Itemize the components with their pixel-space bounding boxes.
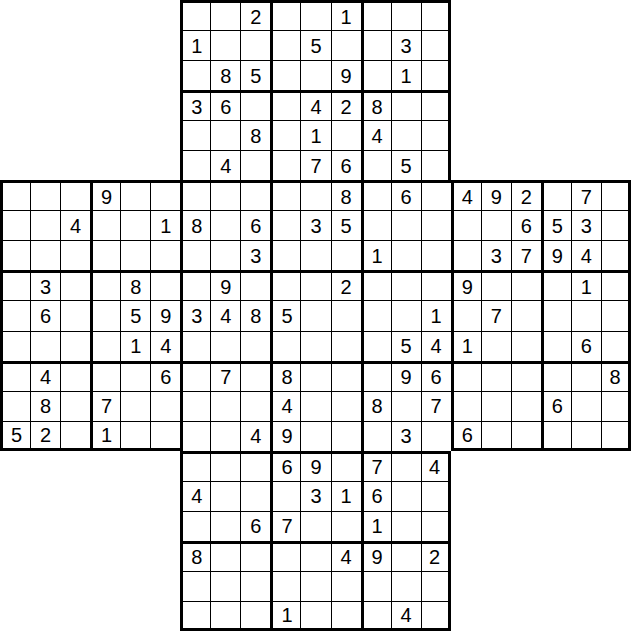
empty-cell-r10-c10[interactable] (300, 300, 330, 330)
given-cell-r18-c14: 2 (421, 541, 451, 571)
empty-cell-r18-c8[interactable] (240, 541, 270, 571)
empty-cell-r13-c6[interactable] (180, 391, 210, 421)
outside-region (481, 511, 511, 541)
outside-region (60, 511, 90, 541)
empty-cell-r15-c6[interactable] (180, 451, 210, 481)
empty-cell-r14-c5[interactable] (150, 421, 180, 451)
given-cell-r14-c3: 1 (90, 421, 120, 451)
given-cell-r7-c18: 5 (541, 210, 571, 240)
empty-cell-r19-c8[interactable] (240, 571, 270, 601)
outside-region (601, 90, 631, 120)
empty-cell-r9-c16[interactable] (481, 270, 511, 300)
empty-cell-r7-c13[interactable] (391, 210, 421, 240)
outside-region (481, 150, 511, 180)
empty-cell-r4-c9[interactable] (270, 120, 300, 150)
outside-region (0, 0, 30, 30)
empty-cell-r13-c16[interactable] (481, 391, 511, 421)
empty-cell-r8-c7[interactable] (210, 240, 240, 270)
empty-cell-r1-c7[interactable] (210, 30, 240, 60)
empty-cell-r6-c12[interactable] (361, 180, 391, 210)
empty-cell-r0-c14[interactable] (421, 0, 451, 30)
outside-region (481, 0, 511, 30)
empty-cell-r2-c12[interactable] (361, 60, 391, 90)
outside-region (511, 150, 541, 180)
given-cell-r11-c13: 5 (391, 331, 421, 361)
empty-cell-r16-c8[interactable] (240, 481, 270, 511)
given-cell-r15-c10: 9 (300, 451, 330, 481)
empty-cell-r9-c13[interactable] (391, 270, 421, 300)
empty-cell-r8-c2[interactable] (60, 240, 90, 270)
empty-cell-r8-c10[interactable] (300, 240, 330, 270)
empty-cell-r6-c0[interactable] (0, 180, 30, 210)
empty-cell-r7-c3[interactable] (90, 210, 120, 240)
empty-cell-r14-c4[interactable] (120, 421, 150, 451)
empty-cell-r4-c11[interactable] (331, 120, 361, 150)
empty-cell-r0-c7[interactable] (210, 0, 240, 30)
outside-region (571, 0, 601, 30)
empty-cell-r0-c12[interactable] (361, 0, 391, 30)
empty-cell-r7-c12[interactable] (361, 210, 391, 240)
empty-cell-r20-c7[interactable] (210, 601, 240, 631)
empty-cell-r19-c7[interactable] (210, 571, 240, 601)
outside-region (60, 120, 90, 150)
empty-cell-r15-c8[interactable] (240, 451, 270, 481)
given-cell-r12-c20: 8 (601, 361, 631, 391)
empty-cell-r13-c13[interactable] (391, 391, 421, 421)
empty-cell-r9-c10[interactable] (300, 270, 330, 300)
given-cell-r3-c11: 2 (331, 90, 361, 120)
empty-cell-r9-c6[interactable] (180, 270, 210, 300)
outside-region (30, 541, 60, 571)
empty-cell-r11-c2[interactable] (60, 331, 90, 361)
empty-cell-r3-c8[interactable] (240, 90, 270, 120)
empty-cell-r18-c7[interactable] (210, 541, 240, 571)
empty-cell-r1-c8[interactable] (240, 30, 270, 60)
empty-cell-r5-c12[interactable] (361, 150, 391, 180)
outside-region (120, 601, 150, 631)
empty-cell-r8-c9[interactable] (270, 240, 300, 270)
empty-cell-r3-c9[interactable] (270, 90, 300, 120)
outside-region (90, 120, 120, 150)
empty-cell-r14-c19[interactable] (571, 421, 601, 451)
empty-cell-r5-c8[interactable] (240, 150, 270, 180)
empty-cell-r10-c19[interactable] (571, 300, 601, 330)
empty-cell-r17-c6[interactable] (180, 511, 210, 541)
empty-cell-r17-c7[interactable] (210, 511, 240, 541)
empty-cell-r8-c15[interactable] (451, 240, 481, 270)
empty-cell-r5-c14[interactable] (421, 150, 451, 180)
empty-cell-r13-c4[interactable] (120, 391, 150, 421)
empty-cell-r17-c13[interactable] (391, 511, 421, 541)
empty-cell-r7-c4[interactable] (120, 210, 150, 240)
outside-region (481, 571, 511, 601)
empty-cell-r2-c9[interactable] (270, 60, 300, 90)
empty-cell-r12-c19[interactable] (571, 361, 601, 391)
empty-cell-r15-c13[interactable] (391, 451, 421, 481)
empty-cell-r1-c9[interactable] (270, 30, 300, 60)
empty-cell-r11-c10[interactable] (300, 331, 330, 361)
outside-region (30, 90, 60, 120)
empty-cell-r5-c9[interactable] (270, 150, 300, 180)
outside-region (120, 120, 150, 150)
empty-cell-r17-c10[interactable] (300, 511, 330, 541)
outside-region (30, 511, 60, 541)
empty-cell-r8-c3[interactable] (90, 240, 120, 270)
empty-cell-r6-c5[interactable] (150, 180, 180, 210)
given-cell-r11-c14: 4 (421, 331, 451, 361)
empty-cell-r10-c11[interactable] (331, 300, 361, 330)
empty-cell-r14-c2[interactable] (60, 421, 90, 451)
outside-region (90, 90, 120, 120)
empty-cell-r14-c20[interactable] (601, 421, 631, 451)
outside-region (571, 451, 601, 481)
empty-cell-r7-c7[interactable] (210, 210, 240, 240)
empty-cell-r9-c3[interactable] (90, 270, 120, 300)
empty-cell-r4-c14[interactable] (421, 120, 451, 150)
empty-cell-r14-c10[interactable] (300, 421, 330, 451)
outside-region (481, 451, 511, 481)
empty-cell-r12-c0[interactable] (0, 361, 30, 391)
outside-region (601, 451, 631, 481)
empty-cell-r12-c11[interactable] (331, 361, 361, 391)
empty-cell-r11-c9[interactable] (270, 331, 300, 361)
outside-region (90, 511, 120, 541)
given-cell-r12-c13: 9 (391, 361, 421, 391)
empty-cell-r7-c15[interactable] (451, 210, 481, 240)
outside-region (60, 571, 90, 601)
empty-cell-r9-c12[interactable] (361, 270, 391, 300)
empty-cell-r3-c13[interactable] (391, 90, 421, 120)
empty-cell-r9-c9[interactable] (270, 270, 300, 300)
outside-region (30, 601, 60, 631)
empty-cell-r18-c9[interactable] (270, 541, 300, 571)
empty-cell-r10-c17[interactable] (511, 300, 541, 330)
given-cell-r14-c8: 4 (240, 421, 270, 451)
outside-region (120, 451, 150, 481)
given-cell-r20-c13: 4 (391, 601, 421, 631)
outside-region (120, 150, 150, 180)
empty-cell-r2-c10[interactable] (300, 60, 330, 90)
empty-cell-r8-c5[interactable] (150, 240, 180, 270)
empty-cell-r8-c1[interactable] (30, 240, 60, 270)
given-cell-r18-c11: 4 (331, 541, 361, 571)
empty-cell-r6-c4[interactable] (120, 180, 150, 210)
empty-cell-r13-c2[interactable] (60, 391, 90, 421)
empty-cell-r11-c11[interactable] (331, 331, 361, 361)
empty-cell-r20-c14[interactable] (421, 601, 451, 631)
empty-cell-r11-c6[interactable] (180, 331, 210, 361)
empty-cell-r9-c20[interactable] (601, 270, 631, 300)
empty-cell-r16-c14[interactable] (421, 481, 451, 511)
empty-cell-r20-c6[interactable] (180, 601, 210, 631)
empty-cell-r16-c13[interactable] (391, 481, 421, 511)
outside-region (150, 120, 180, 150)
outside-region (120, 60, 150, 90)
empty-cell-r20-c12[interactable] (361, 601, 391, 631)
empty-cell-r19-c13[interactable] (391, 571, 421, 601)
given-cell-r8-c8: 3 (240, 240, 270, 270)
outside-region (150, 90, 180, 120)
given-cell-r4-c8: 8 (240, 120, 270, 150)
outside-region (571, 541, 601, 571)
empty-cell-r9-c0[interactable] (0, 270, 30, 300)
empty-cell-r14-c14[interactable] (421, 421, 451, 451)
outside-region (541, 120, 571, 150)
empty-cell-r12-c4[interactable] (120, 361, 150, 391)
given-cell-r8-c18: 9 (541, 240, 571, 270)
empty-cell-r11-c17[interactable] (511, 331, 541, 361)
empty-cell-r7-c9[interactable] (270, 210, 300, 240)
empty-cell-r6-c18[interactable] (541, 180, 571, 210)
outside-region (60, 0, 90, 30)
given-cell-r8-c19: 4 (571, 240, 601, 270)
outside-region (601, 120, 631, 150)
empty-cell-r7-c16[interactable] (481, 210, 511, 240)
empty-cell-r12-c6[interactable] (180, 361, 210, 391)
given-cell-r17-c8: 6 (240, 511, 270, 541)
outside-region (571, 120, 601, 150)
empty-cell-r6-c1[interactable] (30, 180, 60, 210)
empty-cell-r6-c2[interactable] (60, 180, 90, 210)
given-cell-r2-c13: 1 (391, 60, 421, 90)
empty-cell-r1-c12[interactable] (361, 30, 391, 60)
empty-cell-r14-c18[interactable] (541, 421, 571, 451)
empty-cell-r12-c12[interactable] (361, 361, 391, 391)
empty-cell-r13-c11[interactable] (331, 391, 361, 421)
outside-region (541, 481, 571, 511)
empty-cell-r8-c0[interactable] (0, 240, 30, 270)
outside-region (511, 571, 541, 601)
outside-region (541, 30, 571, 60)
empty-cell-r10-c0[interactable] (0, 300, 30, 330)
empty-cell-r8-c13[interactable] (391, 240, 421, 270)
empty-cell-r9-c14[interactable] (421, 270, 451, 300)
given-cell-r5-c10: 7 (300, 150, 330, 180)
empty-cell-r13-c17[interactable] (511, 391, 541, 421)
outside-region (571, 150, 601, 180)
empty-cell-r12-c18[interactable] (541, 361, 571, 391)
empty-cell-r10-c12[interactable] (361, 300, 391, 330)
outside-region (451, 451, 481, 481)
empty-cell-r14-c17[interactable] (511, 421, 541, 451)
empty-cell-r10-c18[interactable] (541, 300, 571, 330)
outside-region (150, 0, 180, 30)
given-cell-r2-c7: 8 (210, 60, 240, 90)
empty-cell-r16-c7[interactable] (210, 481, 240, 511)
outside-region (481, 481, 511, 511)
empty-cell-r17-c14[interactable] (421, 511, 451, 541)
outside-region (0, 541, 30, 571)
given-cell-r6-c3: 9 (90, 180, 120, 210)
empty-cell-r14-c11[interactable] (331, 421, 361, 451)
empty-cell-r7-c1[interactable] (30, 210, 60, 240)
given-cell-r1-c10: 5 (300, 30, 330, 60)
given-cell-r0-c8: 2 (240, 0, 270, 30)
empty-cell-r12-c3[interactable] (90, 361, 120, 391)
empty-cell-r14-c7[interactable] (210, 421, 240, 451)
empty-cell-r11-c20[interactable] (601, 331, 631, 361)
empty-cell-r12-c8[interactable] (240, 361, 270, 391)
empty-cell-r12-c15[interactable] (451, 361, 481, 391)
outside-region (511, 601, 541, 631)
given-cell-r17-c12: 1 (361, 511, 391, 541)
empty-cell-r2-c6[interactable] (180, 60, 210, 90)
empty-cell-r10-c2[interactable] (60, 300, 90, 330)
empty-cell-r6-c6[interactable] (180, 180, 210, 210)
outside-region (90, 571, 120, 601)
empty-cell-r8-c4[interactable] (120, 240, 150, 270)
outside-region (511, 511, 541, 541)
given-cell-r4-c12: 4 (361, 120, 391, 150)
outside-region (541, 601, 571, 631)
empty-cell-r9-c2[interactable] (60, 270, 90, 300)
empty-cell-r11-c0[interactable] (0, 331, 30, 361)
outside-region (90, 30, 120, 60)
empty-cell-r3-c14[interactable] (421, 90, 451, 120)
outside-region (30, 60, 60, 90)
outside-region (30, 571, 60, 601)
given-cell-r8-c17: 7 (511, 240, 541, 270)
outside-region (451, 0, 481, 30)
given-cell-r11-c4: 1 (120, 331, 150, 361)
empty-cell-r6-c8[interactable] (240, 180, 270, 210)
outside-region (90, 481, 120, 511)
empty-cell-r12-c2[interactable] (60, 361, 90, 391)
outside-region (451, 601, 481, 631)
empty-cell-r9-c18[interactable] (541, 270, 571, 300)
outside-region (571, 60, 601, 90)
given-cell-r14-c0: 5 (0, 421, 30, 451)
empty-cell-r1-c11[interactable] (331, 30, 361, 60)
empty-cell-r17-c11[interactable] (331, 511, 361, 541)
empty-cell-r6-c9[interactable] (270, 180, 300, 210)
empty-cell-r12-c17[interactable] (511, 361, 541, 391)
given-cell-r10-c1: 6 (30, 300, 60, 330)
empty-cell-r8-c11[interactable] (331, 240, 361, 270)
empty-cell-r11-c18[interactable] (541, 331, 571, 361)
empty-cell-r13-c19[interactable] (571, 391, 601, 421)
empty-cell-r8-c20[interactable] (601, 240, 631, 270)
outside-region (60, 451, 90, 481)
empty-cell-r20-c10[interactable] (300, 601, 330, 631)
empty-cell-r8-c14[interactable] (421, 240, 451, 270)
empty-cell-r20-c11[interactable] (331, 601, 361, 631)
outside-region (150, 601, 180, 631)
empty-cell-r10-c20[interactable] (601, 300, 631, 330)
given-cell-r12-c1: 4 (30, 361, 60, 391)
empty-cell-r6-c20[interactable] (601, 180, 631, 210)
empty-cell-r9-c5[interactable] (150, 270, 180, 300)
given-cell-r14-c13: 3 (391, 421, 421, 451)
given-cell-r7-c8: 6 (240, 210, 270, 240)
empty-cell-r13-c5[interactable] (150, 391, 180, 421)
empty-cell-r14-c6[interactable] (180, 421, 210, 451)
outside-region (601, 481, 631, 511)
empty-cell-r9-c8[interactable] (240, 270, 270, 300)
given-cell-r1-c6: 1 (180, 30, 210, 60)
empty-cell-r0-c13[interactable] (391, 0, 421, 30)
empty-cell-r19-c11[interactable] (331, 571, 361, 601)
empty-cell-r15-c11[interactable] (331, 451, 361, 481)
empty-cell-r18-c13[interactable] (391, 541, 421, 571)
empty-cell-r14-c16[interactable] (481, 421, 511, 451)
empty-cell-r11-c12[interactable] (361, 331, 391, 361)
empty-cell-r4-c6[interactable] (180, 120, 210, 150)
outside-region (541, 571, 571, 601)
empty-cell-r6-c7[interactable] (210, 180, 240, 210)
empty-cell-r11-c7[interactable] (210, 331, 240, 361)
empty-cell-r6-c14[interactable] (421, 180, 451, 210)
empty-cell-r4-c13[interactable] (391, 120, 421, 150)
empty-cell-r0-c9[interactable] (270, 0, 300, 30)
outside-region (60, 541, 90, 571)
outside-region (150, 571, 180, 601)
empty-cell-r15-c7[interactable] (210, 451, 240, 481)
empty-cell-r10-c3[interactable] (90, 300, 120, 330)
empty-cell-r11-c16[interactable] (481, 331, 511, 361)
empty-cell-r12-c10[interactable] (300, 361, 330, 391)
empty-cell-r7-c20[interactable] (601, 210, 631, 240)
given-cell-r5-c13: 5 (391, 150, 421, 180)
outside-region (601, 30, 631, 60)
empty-cell-r1-c14[interactable] (421, 30, 451, 60)
empty-cell-r12-c16[interactable] (481, 361, 511, 391)
empty-cell-r19-c9[interactable] (270, 571, 300, 601)
outside-region (30, 120, 60, 150)
given-cell-r6-c16: 9 (481, 180, 511, 210)
empty-cell-r10-c15[interactable] (451, 300, 481, 330)
empty-cell-r7-c0[interactable] (0, 210, 30, 240)
empty-cell-r16-c9[interactable] (270, 481, 300, 511)
outside-region (601, 541, 631, 571)
empty-cell-r0-c10[interactable] (300, 0, 330, 30)
empty-cell-r13-c0[interactable] (0, 391, 30, 421)
empty-cell-r6-c10[interactable] (300, 180, 330, 210)
outside-region (0, 451, 30, 481)
empty-cell-r13-c8[interactable] (240, 391, 270, 421)
empty-cell-r5-c6[interactable] (180, 150, 210, 180)
empty-cell-r19-c14[interactable] (421, 571, 451, 601)
outside-region (541, 150, 571, 180)
empty-cell-r11-c1[interactable] (30, 331, 60, 361)
empty-cell-r13-c20[interactable] (601, 391, 631, 421)
empty-cell-r8-c6[interactable] (180, 240, 210, 270)
empty-cell-r14-c12[interactable] (361, 421, 391, 451)
outside-region (481, 90, 511, 120)
outside-region (60, 481, 90, 511)
empty-cell-r4-c7[interactable] (210, 120, 240, 150)
outside-region (481, 601, 511, 631)
empty-cell-r2-c14[interactable] (421, 60, 451, 90)
empty-cell-r13-c10[interactable] (300, 391, 330, 421)
empty-cell-r19-c6[interactable] (180, 571, 210, 601)
empty-cell-r9-c17[interactable] (511, 270, 541, 300)
given-cell-r7-c6: 8 (180, 210, 210, 240)
outside-region (150, 481, 180, 511)
empty-cell-r7-c14[interactable] (421, 210, 451, 240)
empty-cell-r10-c13[interactable] (391, 300, 421, 330)
empty-cell-r20-c8[interactable] (240, 601, 270, 631)
empty-cell-r13-c7[interactable] (210, 391, 240, 421)
empty-cell-r0-c6[interactable] (180, 0, 210, 30)
empty-cell-r13-c15[interactable] (451, 391, 481, 421)
outside-region (451, 571, 481, 601)
empty-cell-r18-c10[interactable] (300, 541, 330, 571)
empty-cell-r19-c10[interactable] (300, 571, 330, 601)
empty-cell-r11-c3[interactable] (90, 331, 120, 361)
empty-cell-r19-c12[interactable] (361, 571, 391, 601)
empty-cell-r11-c8[interactable] (240, 331, 270, 361)
